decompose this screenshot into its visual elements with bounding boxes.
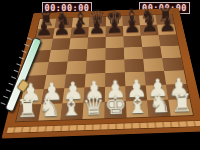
square-f7[interactable]: ♟ [123,25,141,36]
piece-black-pawn[interactable]: ♟ [34,19,53,40]
board-grid: ♜♞♝♛♚♝♞♜♟♟♟♟♟♟♟♟♟♟♟♟♟♟♟♟♜♞♝♛♚♝♞♜ [15,14,194,122]
chess-board[interactable]: ♜♞♝♛♚♝♞♜♟♟♟♟♟♟♟♟♟♟♟♟♟♟♟♟♜♞♝♛♚♝♞♜ [1,8,200,138]
square-e1[interactable]: ♚ [105,101,127,118]
square-b5[interactable] [49,49,69,62]
piece-white-bishop[interactable]: ♝ [126,92,149,118]
square-d5[interactable] [87,48,106,61]
square-f1[interactable]: ♝ [126,100,149,117]
piece-white-knight[interactable]: ♞ [37,95,60,121]
square-f6[interactable] [123,36,142,48]
square-e6[interactable] [106,36,124,48]
piece-black-pawn[interactable]: ♟ [158,15,177,36]
chess-game-screen: 00:00:00 00:00:00 ♜♞♝♛♚♝♞♜♟♟♟♟♟♟♟♟♟♟♟♟♟♟… [0,0,200,150]
square-d1[interactable]: ♛ [83,102,105,119]
square-c7[interactable]: ♟ [70,27,88,38]
piece-black-pawn[interactable]: ♟ [70,18,89,39]
square-e4[interactable] [105,59,125,73]
square-h7[interactable]: ♟ [157,24,176,35]
square-g1[interactable]: ♞ [147,100,171,117]
piece-white-queen[interactable]: ♛ [81,93,104,119]
square-d7[interactable]: ♟ [88,27,106,38]
square-d6[interactable] [87,37,105,49]
board-frame-trim [7,120,200,134]
piece-black-pawn[interactable]: ♟ [140,15,159,36]
piece-white-knight[interactable]: ♞ [148,91,171,117]
square-g6[interactable] [141,35,160,47]
square-b6[interactable] [51,38,71,50]
square-c4[interactable] [66,61,86,75]
square-e7[interactable]: ♟ [106,26,124,37]
square-e5[interactable] [105,48,124,61]
square-g4[interactable] [143,58,164,71]
square-c6[interactable] [69,38,88,50]
square-b7[interactable]: ♟ [53,28,72,39]
square-f5[interactable] [124,47,143,60]
piece-white-rook[interactable]: ♜ [170,90,193,116]
piece-white-bishop[interactable]: ♝ [59,94,82,120]
square-g5[interactable] [142,46,162,59]
piece-white-king[interactable]: ♚ [104,92,127,118]
square-h6[interactable] [159,35,179,47]
piece-black-pawn[interactable]: ♟ [52,18,71,39]
piece-black-pawn[interactable]: ♟ [87,17,106,38]
piece-black-pawn[interactable]: ♟ [123,16,142,37]
square-h1[interactable]: ♜ [168,99,193,116]
square-b1[interactable]: ♞ [38,103,62,120]
square-f4[interactable] [124,59,144,73]
square-c1[interactable]: ♝ [60,103,83,120]
square-b4[interactable] [46,61,67,75]
square-d4[interactable] [86,60,106,74]
piece-black-pawn[interactable]: ♟ [105,16,124,37]
square-h5[interactable] [160,46,181,59]
square-c5[interactable] [68,49,88,62]
square-g7[interactable]: ♟ [140,25,159,36]
square-h4[interactable] [162,58,184,71]
